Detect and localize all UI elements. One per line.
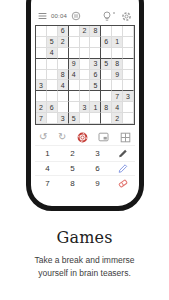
sudoku-cell-r4c9[interactable] (123, 59, 134, 70)
sudoku-cell-r9c7[interactable] (101, 113, 112, 124)
sudoku-cell-r7c8[interactable]: 7 (112, 91, 123, 102)
sudoku-cell-r5c9[interactable] (123, 70, 134, 81)
hint-badge-dot (113, 12, 115, 14)
sudoku-cell-r2c9[interactable] (123, 37, 134, 48)
sudoku-cell-r9c9[interactable] (123, 113, 134, 124)
sudoku-cell-r8c3[interactable] (58, 102, 69, 113)
pause-button[interactable] (71, 11, 81, 21)
pen-button[interactable] (110, 146, 135, 161)
numpad-3[interactable]: 3 (85, 146, 110, 161)
new-game-grid-icon[interactable] (120, 132, 131, 143)
lightbulb-icon[interactable] (102, 11, 115, 22)
sudoku-cell-r9c3[interactable]: 3 (58, 113, 69, 124)
phone-frame: 00:04 6285261493588469345732631847352 ↺ … (26, 0, 144, 211)
numpad-8[interactable]: 8 (60, 175, 85, 190)
numpad-7[interactable]: 7 (35, 175, 60, 190)
notes-pen-button[interactable] (110, 161, 135, 176)
sudoku-cell-r2c4[interactable] (69, 37, 80, 48)
sudoku-cell-r4c1[interactable] (36, 59, 47, 70)
numpad-4[interactable]: 4 (35, 161, 60, 176)
sudoku-cell-r8c6[interactable]: 1 (90, 102, 101, 113)
sudoku-cell-r7c4[interactable] (69, 91, 80, 102)
sudoku-cell-r9c1[interactable]: 7 (36, 113, 47, 124)
sudoku-cell-r4c7[interactable]: 5 (101, 59, 112, 70)
game-toolbar: ↺ ↻ (35, 130, 135, 144)
sudoku-cell-r7c1[interactable] (36, 91, 47, 102)
sudoku-cell-r8c2[interactable]: 6 (47, 102, 58, 113)
sudoku-cell-r9c8[interactable]: 2 (112, 113, 123, 124)
sudoku-cell-r1c7[interactable] (101, 26, 112, 37)
sudoku-cell-r1c2[interactable] (47, 26, 58, 37)
sudoku-cell-r1c3[interactable]: 6 (58, 26, 69, 37)
sudoku-cell-r3c9[interactable] (123, 48, 134, 59)
sudoku-cell-r2c3[interactable]: 2 (58, 37, 69, 48)
sudoku-board: 6285261493588469345732631847352 (35, 25, 135, 125)
sudoku-cell-r5c3[interactable]: 8 (58, 70, 69, 81)
caption: Games Take a break and immerse yourself … (0, 228, 169, 280)
sudoku-cell-r3c1[interactable] (36, 48, 47, 59)
sudoku-cell-r5c5[interactable] (80, 70, 91, 81)
section-title: Games (0, 228, 169, 247)
sudoku-cell-r6c7[interactable] (101, 80, 112, 91)
sudoku-cell-r3c2[interactable]: 4 (47, 48, 58, 59)
sudoku-cell-r5c1[interactable] (36, 70, 47, 81)
sudoku-cell-r1c5[interactable]: 2 (80, 26, 91, 37)
sudoku-cell-r4c6[interactable]: 3 (90, 59, 101, 70)
mini-board-icon[interactable] (98, 132, 109, 142)
sudoku-cell-r4c3[interactable] (58, 59, 69, 70)
numpad-9[interactable]: 9 (85, 175, 110, 190)
numpad: 123456789 (35, 145, 135, 190)
timer-label: 00:04 (51, 13, 67, 19)
sudoku-cell-r6c1[interactable]: 3 (36, 80, 47, 91)
sudoku-cell-r7c9[interactable]: 3 (123, 91, 134, 102)
sudoku-cell-r9c4[interactable]: 5 (69, 113, 80, 124)
sudoku-cell-r9c5[interactable] (80, 113, 91, 124)
sudoku-cell-r2c2[interactable]: 5 (47, 37, 58, 48)
topbar: 00:04 (31, 9, 139, 23)
sudoku-cell-r5c8[interactable]: 9 (112, 70, 123, 81)
eraser-button[interactable] (110, 175, 135, 190)
sudoku-cell-r7c2[interactable] (47, 91, 58, 102)
sudoku-cell-r1c4[interactable] (69, 26, 80, 37)
sudoku-cell-r4c5[interactable] (80, 59, 91, 70)
sudoku-cell-r2c6[interactable] (90, 37, 101, 48)
numpad-6[interactable]: 6 (85, 161, 110, 176)
sudoku-cell-r8c7[interactable]: 8 (101, 102, 112, 113)
menu-icon[interactable] (38, 12, 47, 20)
sudoku-cell-r7c6[interactable] (90, 91, 101, 102)
sudoku-cell-r2c1[interactable] (36, 37, 47, 48)
hint-lifebuoy-icon[interactable] (77, 132, 88, 143)
sudoku-cell-r6c6[interactable]: 5 (90, 80, 101, 91)
sudoku-cell-r4c4[interactable]: 9 (69, 59, 80, 70)
sudoku-cell-r4c2[interactable] (47, 59, 58, 70)
sudoku-cell-r6c2[interactable] (47, 80, 58, 91)
numpad-2[interactable]: 2 (60, 146, 85, 161)
sudoku-cell-r2c5[interactable] (80, 37, 91, 48)
redo-button[interactable]: ↻ (58, 132, 66, 142)
sudoku-cell-r9c6[interactable] (90, 113, 101, 124)
sudoku-cell-r8c4[interactable] (69, 102, 80, 113)
sudoku-cell-r8c8[interactable]: 4 (112, 102, 123, 113)
sudoku-cell-r3c5[interactable] (80, 48, 91, 59)
sudoku-cell-r7c5[interactable] (80, 91, 91, 102)
sudoku-cell-r6c9[interactable] (123, 80, 134, 91)
sudoku-cell-r5c2[interactable] (47, 70, 58, 81)
sudoku-cell-r4c8[interactable]: 8 (112, 59, 123, 70)
sudoku-cell-r1c9[interactable] (123, 26, 134, 37)
sudoku-cell-r7c7[interactable] (101, 91, 112, 102)
sudoku-cell-r5c7[interactable] (101, 70, 112, 81)
sudoku-cell-r3c7[interactable] (101, 48, 112, 59)
sudoku-cell-r1c1[interactable] (36, 26, 47, 37)
sudoku-cell-r8c9[interactable] (123, 102, 134, 113)
sudoku-cell-r8c1[interactable]: 2 (36, 102, 47, 113)
sudoku-cell-r2c7[interactable]: 6 (101, 37, 112, 48)
numpad-1[interactable]: 1 (35, 146, 60, 161)
sudoku-cell-r1c8[interactable] (112, 26, 123, 37)
sudoku-cell-r8c5[interactable]: 3 (80, 102, 91, 113)
numpad-5[interactable]: 5 (60, 161, 85, 176)
settings-gear-icon[interactable] (121, 11, 132, 22)
sudoku-cell-r2c8[interactable]: 1 (112, 37, 123, 48)
sudoku-cell-r5c4[interactable]: 4 (69, 70, 80, 81)
sudoku-cell-r6c8[interactable] (112, 80, 123, 91)
sudoku-cell-r1c6[interactable]: 8 (90, 26, 101, 37)
sudoku-cell-r3c8[interactable] (112, 48, 123, 59)
sudoku-cell-r6c3[interactable]: 4 (58, 80, 69, 91)
sudoku-cell-r6c4[interactable] (69, 80, 80, 91)
undo-button[interactable]: ↺ (39, 132, 47, 142)
sudoku-cell-r6c5[interactable] (80, 80, 91, 91)
sudoku-cell-r3c6[interactable] (90, 48, 101, 59)
section-subtitle: Take a break and immerse yourself in bra… (22, 254, 148, 280)
sudoku-cell-r3c3[interactable] (58, 48, 69, 59)
sudoku-cell-r9c2[interactable] (47, 113, 58, 124)
sudoku-cell-r7c3[interactable] (58, 91, 69, 102)
sudoku-cell-r5c6[interactable]: 6 (90, 70, 101, 81)
promo-page: 00:04 6285261493588469345732631847352 ↺ … (0, 0, 169, 300)
sudoku-cell-r3c4[interactable] (69, 48, 80, 59)
